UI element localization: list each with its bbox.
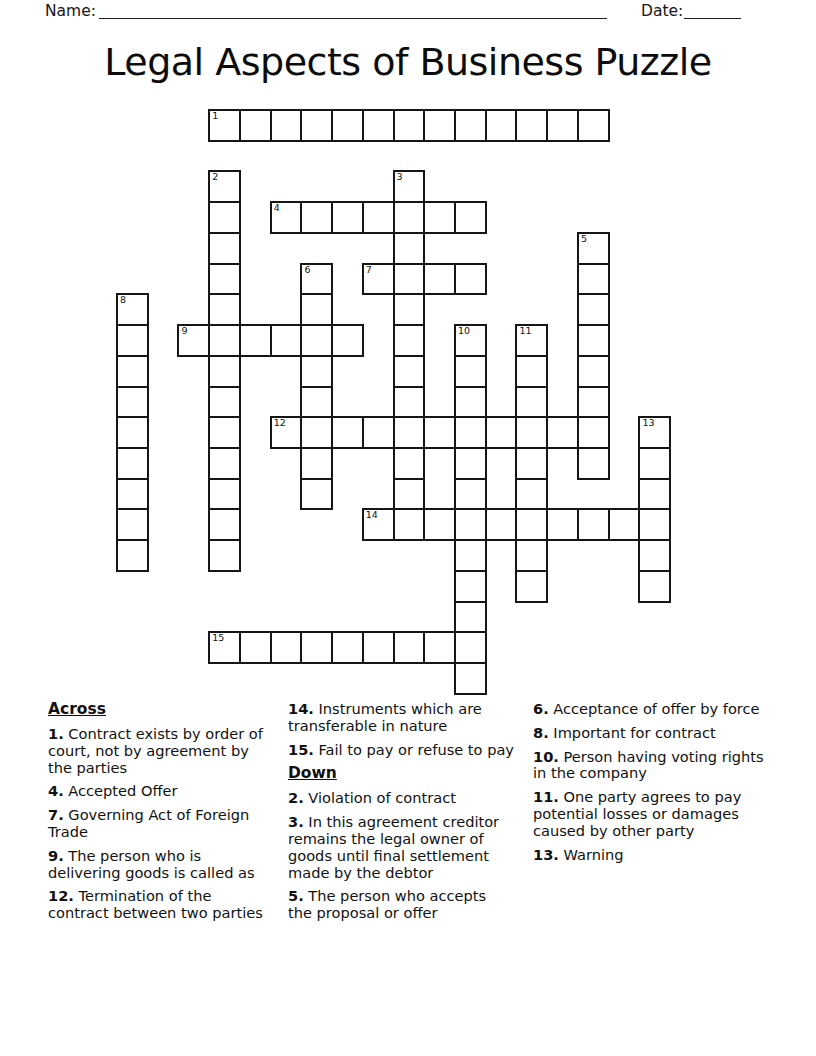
grid-cell-r13c9[interactable]: [393, 508, 426, 541]
grid-cell-r11c17[interactable]: [638, 447, 671, 480]
clue-column: Across1. Contract exists by order of cou…: [48, 701, 274, 929]
grid-cell-r0c8[interactable]: [362, 109, 395, 142]
grid-cell-r9c11[interactable]: [454, 386, 487, 419]
grid-cell-r7c7[interactable]: [331, 324, 364, 357]
grid-cell-r3c3[interactable]: [208, 201, 241, 234]
clues-across-header: Across: [48, 701, 274, 718]
cell-number-8: 8: [120, 295, 126, 305]
name-write-in-line: [99, 18, 607, 19]
grid-cell-r6c9[interactable]: [393, 293, 426, 326]
grid-cell-r3c9[interactable]: [393, 201, 426, 234]
clue-11: 11. One party agrees to pay potential lo…: [533, 789, 781, 839]
grid-cell-r0c3[interactable]: 1: [208, 109, 241, 142]
grid-cell-r10c10[interactable]: [423, 416, 456, 449]
clues-down-header: Down: [288, 765, 514, 782]
grid-cell-r5c15[interactable]: [577, 263, 610, 296]
grid-cell-r15c13[interactable]: [515, 570, 548, 603]
grid-cell-r10c11[interactable]: [454, 416, 487, 449]
grid-cell-r8c11[interactable]: [454, 355, 487, 388]
clue-column: 6. Acceptance of offer by force8. Import…: [533, 701, 781, 870]
grid-cell-r5c8[interactable]: 7: [362, 263, 395, 296]
clue-5: 5. The person who accepts the proposal o…: [288, 888, 514, 922]
cell-number-6: 6: [304, 265, 310, 275]
grid-cell-r10c9[interactable]: [393, 416, 426, 449]
grid-cell-r14c13[interactable]: [515, 539, 548, 572]
grid-cell-r7c4[interactable]: [239, 324, 272, 357]
grid-cell-r3c10[interactable]: [423, 201, 456, 234]
grid-cell-r8c6[interactable]: [300, 355, 333, 388]
grid-cell-r7c5[interactable]: [270, 324, 303, 357]
grid-cell-r13c17[interactable]: [638, 508, 671, 541]
grid-cell-r14c0[interactable]: [116, 539, 149, 572]
clue-7: 7. Governing Act of Foreign Trade: [48, 807, 274, 841]
grid-cell-r10c6[interactable]: [300, 416, 333, 449]
grid-cell-r14c17[interactable]: [638, 539, 671, 572]
grid-cell-r7c13[interactable]: 11: [515, 324, 548, 357]
grid-cell-r14c11[interactable]: [454, 539, 487, 572]
grid-cell-r5c6[interactable]: 6: [300, 263, 333, 296]
cell-number-5: 5: [581, 234, 587, 244]
clue-column: 14. Instruments which are transferable i…: [288, 701, 514, 929]
grid-cell-r13c13[interactable]: [515, 508, 548, 541]
grid-cell-r4c15[interactable]: 5: [577, 232, 610, 265]
grid-cell-r9c9[interactable]: [393, 386, 426, 419]
grid-cell-r17c5[interactable]: [270, 631, 303, 664]
grid-cell-r17c8[interactable]: [362, 631, 395, 664]
cell-number-4: 4: [274, 203, 280, 213]
grid-cell-r11c11[interactable]: [454, 447, 487, 480]
grid-cell-r13c12[interactable]: [485, 508, 518, 541]
grid-cell-r7c11[interactable]: 10: [454, 324, 487, 357]
grid-cell-r6c15[interactable]: [577, 293, 610, 326]
grid-cell-r17c4[interactable]: [239, 631, 272, 664]
clue-6: 6. Acceptance of offer by force: [533, 701, 781, 718]
grid-cell-r8c13[interactable]: [515, 355, 548, 388]
grid-cell-r0c4[interactable]: [239, 109, 272, 142]
grid-cell-r0c7[interactable]: [331, 109, 364, 142]
grid-cell-r0c13[interactable]: [515, 109, 548, 142]
grid-cell-r13c16[interactable]: [608, 508, 641, 541]
grid-cell-r10c5[interactable]: 12: [270, 416, 303, 449]
grid-cell-r13c14[interactable]: [546, 508, 579, 541]
clue-14: 14. Instruments which are transferable i…: [288, 701, 514, 735]
grid-cell-r15c11[interactable]: [454, 570, 487, 603]
cell-number-14: 14: [366, 510, 378, 520]
grid-cell-r10c7[interactable]: [331, 416, 364, 449]
grid-cell-r6c6[interactable]: [300, 293, 333, 326]
clue-12: 12. Termination of the contract between …: [48, 888, 274, 922]
grid-cell-r13c8[interactable]: 14: [362, 508, 395, 541]
cell-number-3: 3: [397, 172, 403, 182]
grid-cell-r11c9[interactable]: [393, 447, 426, 480]
grid-cell-r8c0[interactable]: [116, 355, 149, 388]
clue-4: 4. Accepted Offer: [48, 783, 274, 800]
grid-cell-r12c6[interactable]: [300, 478, 333, 511]
clue-13: 13. Warning: [533, 847, 781, 864]
name-label: Name:: [45, 2, 96, 20]
grid-cell-r5c10[interactable]: [423, 263, 456, 296]
grid-cell-r8c9[interactable]: [393, 355, 426, 388]
grid-cell-r2c9[interactable]: 3: [393, 170, 426, 203]
clue-2: 2. Violation of contract: [288, 790, 514, 807]
grid-cell-r7c6[interactable]: [300, 324, 333, 357]
grid-cell-r7c0[interactable]: [116, 324, 149, 357]
grid-cell-r13c10[interactable]: [423, 508, 456, 541]
grid-cell-r10c15[interactable]: [577, 416, 610, 449]
grid-cell-r13c0[interactable]: [116, 508, 149, 541]
grid-cell-r11c13[interactable]: [515, 447, 548, 480]
grid-cell-r12c11[interactable]: [454, 478, 487, 511]
grid-cell-r12c13[interactable]: [515, 478, 548, 511]
grid-cell-r4c3[interactable]: [208, 232, 241, 265]
grid-cell-r3c6[interactable]: [300, 201, 333, 234]
grid-cell-r10c13[interactable]: [515, 416, 548, 449]
clue-3: 3. In this agreement creditor remains th…: [288, 814, 514, 881]
grid-cell-r7c3[interactable]: [208, 324, 241, 357]
grid-cell-r18c11[interactable]: [454, 662, 487, 695]
grid-cell-r7c9[interactable]: [393, 324, 426, 357]
grid-cell-r14c3[interactable]: [208, 539, 241, 572]
grid-cell-r10c0[interactable]: [116, 416, 149, 449]
grid-cell-r17c9[interactable]: [393, 631, 426, 664]
grid-cell-r11c15[interactable]: [577, 447, 610, 480]
clue-1: 1. Contract exists by order of court, no…: [48, 726, 274, 776]
cell-number-12: 12: [274, 418, 286, 428]
grid-cell-r5c3[interactable]: [208, 263, 241, 296]
grid-cell-r0c15[interactable]: [577, 109, 610, 142]
grid-cell-r7c15[interactable]: [577, 324, 610, 357]
grid-cell-r12c3[interactable]: [208, 478, 241, 511]
grid-cell-r0c6[interactable]: [300, 109, 333, 142]
grid-cell-r3c8[interactable]: [362, 201, 395, 234]
grid-cell-r10c17[interactable]: 13: [638, 416, 671, 449]
date-label: Date:: [641, 2, 683, 20]
grid-cell-r13c15[interactable]: [577, 508, 610, 541]
clue-8: 8. Important for contract: [533, 725, 781, 742]
grid-cell-r3c11[interactable]: [454, 201, 487, 234]
grid-cell-r8c15[interactable]: [577, 355, 610, 388]
grid-cell-r10c8[interactable]: [362, 416, 395, 449]
cell-number-2: 2: [212, 172, 218, 182]
grid-cell-r11c3[interactable]: [208, 447, 241, 480]
grid-cell-r17c3[interactable]: 15: [208, 631, 241, 664]
grid-cell-r13c11[interactable]: [454, 508, 487, 541]
grid-cell-r4c9[interactable]: [393, 232, 426, 265]
grid-cell-r17c6[interactable]: [300, 631, 333, 664]
grid-cell-r10c14[interactable]: [546, 416, 579, 449]
clue-10: 10. Person having voting rights in the c…: [533, 749, 781, 783]
grid-cell-r5c11[interactable]: [454, 263, 487, 296]
grid-cell-r3c5[interactable]: 4: [270, 201, 303, 234]
grid-cell-r0c5[interactable]: [270, 109, 303, 142]
grid-cell-r0c11[interactable]: [454, 109, 487, 142]
grid-cell-r0c12[interactable]: [485, 109, 518, 142]
grid-cell-r15c17[interactable]: [638, 570, 671, 603]
grid-cell-r0c9[interactable]: [393, 109, 426, 142]
cell-number-11: 11: [519, 326, 531, 336]
grid-cell-r12c17[interactable]: [638, 478, 671, 511]
grid-cell-r9c15[interactable]: [577, 386, 610, 419]
grid-cell-r7c2[interactable]: 9: [177, 324, 210, 357]
grid-cell-r17c7[interactable]: [331, 631, 364, 664]
cell-number-15: 15: [212, 633, 224, 643]
grid-cell-r17c10[interactable]: [423, 631, 456, 664]
crossword-grid: 123456789101112131415: [117, 110, 673, 698]
grid-cell-r10c3[interactable]: [208, 416, 241, 449]
date-write-in-line: [684, 18, 741, 19]
grid-cell-r11c6[interactable]: [300, 447, 333, 480]
clue-15: 15. Fail to pay or refuse to pay: [288, 742, 514, 759]
cell-number-1: 1: [212, 111, 218, 121]
grid-cell-r17c11[interactable]: [454, 631, 487, 664]
grid-cell-r9c3[interactable]: [208, 386, 241, 419]
grid-cell-r3c7[interactable]: [331, 201, 364, 234]
grid-cell-r9c0[interactable]: [116, 386, 149, 419]
grid-cell-r16c11[interactable]: [454, 601, 487, 634]
grid-cell-r9c6[interactable]: [300, 386, 333, 419]
grid-cell-r11c0[interactable]: [116, 447, 149, 480]
cell-number-9: 9: [181, 326, 187, 336]
grid-cell-r10c12[interactable]: [485, 416, 518, 449]
grid-cell-r8c3[interactable]: [208, 355, 241, 388]
grid-cell-r0c10[interactable]: [423, 109, 456, 142]
grid-cell-r12c9[interactable]: [393, 478, 426, 511]
clue-9: 9. The person who is delivering goods is…: [48, 848, 274, 882]
grid-cell-r6c3[interactable]: [208, 293, 241, 326]
cell-number-13: 13: [642, 418, 654, 428]
cell-number-10: 10: [458, 326, 470, 336]
grid-cell-r6c0[interactable]: 8: [116, 293, 149, 326]
page-title: Legal Aspects of Business Puzzle: [0, 40, 816, 84]
grid-cell-r9c13[interactable]: [515, 386, 548, 419]
grid-cell-r12c0[interactable]: [116, 478, 149, 511]
grid-cell-r5c9[interactable]: [393, 263, 426, 296]
grid-cell-r2c3[interactable]: 2: [208, 170, 241, 203]
cell-number-7: 7: [366, 265, 372, 275]
grid-cell-r13c3[interactable]: [208, 508, 241, 541]
grid-cell-r0c14[interactable]: [546, 109, 579, 142]
